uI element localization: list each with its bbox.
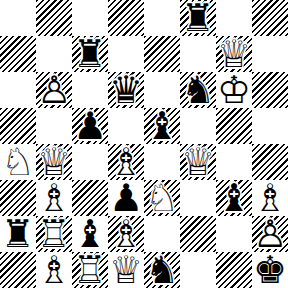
piece-halo: ♛: [36, 144, 72, 180]
square-e2[interactable]: [144, 216, 180, 252]
piece-halo: ♜: [180, 0, 216, 36]
piece-halo: ♞: [144, 252, 180, 288]
piece-halo: ♚: [252, 252, 288, 288]
piece-halo: ♝: [108, 144, 144, 180]
square-d1[interactable]: ♛♕: [108, 252, 144, 288]
black-knight-icon: ♞: [180, 72, 216, 108]
square-b6[interactable]: ♟♙: [36, 72, 72, 108]
square-g1[interactable]: [216, 252, 252, 288]
square-b4[interactable]: ♛♕: [36, 144, 72, 180]
square-a4[interactable]: ♞♘: [0, 144, 36, 180]
piece-halo: ♟: [36, 72, 72, 108]
black-pawn-icon: ♟: [108, 180, 144, 216]
white-bishop-icon: ♗: [36, 252, 72, 288]
chess-board: ♜♜♜♜♛♕♟♙♛♛♞♞♚♔♟♟♝♝♞♘♛♕♝♗♛♕♝♗♟♟♞♘♝♝♝♗♜♜♜♖…: [0, 0, 288, 288]
square-d7[interactable]: [108, 36, 144, 72]
piece-halo: ♜: [0, 216, 36, 252]
piece-halo: ♞: [144, 180, 180, 216]
square-f5[interactable]: [180, 108, 216, 144]
piece-halo: ♝: [72, 216, 108, 252]
white-pawn-icon: ♙: [36, 72, 72, 108]
square-g4[interactable]: [216, 144, 252, 180]
piece-halo: ♝: [36, 252, 72, 288]
square-f2[interactable]: [180, 216, 216, 252]
piece-halo: ♟: [252, 216, 288, 252]
white-knight-icon: ♘: [144, 180, 180, 216]
piece-halo: ♞: [0, 144, 36, 180]
piece-halo: ♚: [216, 72, 252, 108]
piece-halo: ♛: [180, 144, 216, 180]
white-rook-icon: ♖: [72, 252, 108, 288]
square-g7[interactable]: ♛♕: [216, 36, 252, 72]
piece-halo: ♝: [144, 108, 180, 144]
piece-halo: ♛: [108, 72, 144, 108]
white-queen-icon: ♕: [36, 144, 72, 180]
square-e8[interactable]: [144, 0, 180, 36]
square-e5[interactable]: ♝♝: [144, 108, 180, 144]
square-d3[interactable]: ♟♟: [108, 180, 144, 216]
white-rook-icon: ♖: [36, 216, 72, 252]
black-queen-icon: ♛: [108, 72, 144, 108]
white-knight-icon: ♘: [0, 144, 36, 180]
square-h1[interactable]: ♚♚: [252, 252, 288, 288]
piece-halo: ♛: [108, 252, 144, 288]
square-b7[interactable]: [36, 36, 72, 72]
white-bishop-icon: ♗: [36, 180, 72, 216]
white-queen-icon: ♕: [108, 252, 144, 288]
square-c7[interactable]: ♜♜: [72, 36, 108, 72]
piece-halo: ♞: [180, 72, 216, 108]
black-rook-icon: ♜: [180, 0, 216, 36]
square-b2[interactable]: ♜♖: [36, 216, 72, 252]
white-queen-icon: ♕: [216, 36, 252, 72]
piece-halo: ♟: [108, 180, 144, 216]
black-rook-icon: ♜: [72, 36, 108, 72]
square-f4[interactable]: ♛♕: [180, 144, 216, 180]
square-h6[interactable]: [252, 72, 288, 108]
square-a7[interactable]: [0, 36, 36, 72]
square-g3[interactable]: ♝♝: [216, 180, 252, 216]
piece-halo: ♝: [36, 180, 72, 216]
square-d5[interactable]: [108, 108, 144, 144]
square-a5[interactable]: [0, 108, 36, 144]
square-h8[interactable]: [252, 0, 288, 36]
square-b5[interactable]: [36, 108, 72, 144]
square-g2[interactable]: [216, 216, 252, 252]
square-a1[interactable]: [0, 252, 36, 288]
black-bishop-icon: ♝: [144, 108, 180, 144]
piece-halo: ♜: [36, 216, 72, 252]
piece-halo: ♜: [72, 36, 108, 72]
square-c5[interactable]: ♟♟: [72, 108, 108, 144]
square-c1[interactable]: ♜♖: [72, 252, 108, 288]
black-bishop-icon: ♝: [72, 216, 108, 252]
square-f1[interactable]: [180, 252, 216, 288]
square-b8[interactable]: [36, 0, 72, 36]
white-bishop-icon: ♗: [252, 180, 288, 216]
piece-halo: ♝: [108, 216, 144, 252]
black-knight-icon: ♞: [144, 252, 180, 288]
piece-halo: ♛: [216, 36, 252, 72]
piece-halo: ♜: [72, 252, 108, 288]
square-h4[interactable]: [252, 144, 288, 180]
square-c8[interactable]: [72, 0, 108, 36]
white-bishop-icon: ♗: [108, 144, 144, 180]
square-f7[interactable]: [180, 36, 216, 72]
square-e7[interactable]: [144, 36, 180, 72]
square-f8[interactable]: ♜♜: [180, 0, 216, 36]
square-b3[interactable]: ♝♗: [36, 180, 72, 216]
square-f3[interactable]: [180, 180, 216, 216]
square-a8[interactable]: [0, 0, 36, 36]
white-king-icon: ♔: [216, 72, 252, 108]
black-king-icon: ♚: [252, 252, 288, 288]
square-d2[interactable]: ♝♗: [108, 216, 144, 252]
square-h5[interactable]: [252, 108, 288, 144]
square-a6[interactable]: [0, 72, 36, 108]
square-b1[interactable]: ♝♗: [36, 252, 72, 288]
black-rook-icon: ♜: [0, 216, 36, 252]
black-pawn-icon: ♟: [72, 108, 108, 144]
square-h2[interactable]: ♟♙: [252, 216, 288, 252]
square-c4[interactable]: [72, 144, 108, 180]
square-h7[interactable]: [252, 36, 288, 72]
square-g5[interactable]: [216, 108, 252, 144]
square-e3[interactable]: ♞♘: [144, 180, 180, 216]
square-c2[interactable]: ♝♝: [72, 216, 108, 252]
square-e1[interactable]: ♞♞: [144, 252, 180, 288]
square-a3[interactable]: [0, 180, 36, 216]
square-g6[interactable]: ♚♔: [216, 72, 252, 108]
piece-halo: ♟: [72, 108, 108, 144]
square-e6[interactable]: [144, 72, 180, 108]
square-c3[interactable]: [72, 180, 108, 216]
white-bishop-icon: ♗: [108, 216, 144, 252]
piece-halo: ♝: [216, 180, 252, 216]
square-d6[interactable]: ♛♛: [108, 72, 144, 108]
square-g8[interactable]: [216, 0, 252, 36]
white-pawn-icon: ♙: [252, 216, 288, 252]
square-d8[interactable]: [108, 0, 144, 36]
black-bishop-icon: ♝: [216, 180, 252, 216]
square-f6[interactable]: ♞♞: [180, 72, 216, 108]
square-a2[interactable]: ♜♜: [0, 216, 36, 252]
square-d4[interactable]: ♝♗: [108, 144, 144, 180]
square-e4[interactable]: [144, 144, 180, 180]
square-c6[interactable]: [72, 72, 108, 108]
square-h3[interactable]: ♝♗: [252, 180, 288, 216]
white-queen-icon: ♕: [180, 144, 216, 180]
piece-halo: ♝: [252, 180, 288, 216]
